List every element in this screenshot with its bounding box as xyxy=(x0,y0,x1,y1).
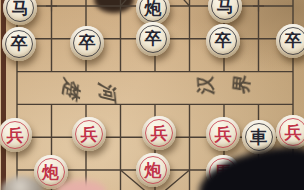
piece-glyph: 兵 xyxy=(151,124,168,141)
piece-glyph: 卒 xyxy=(79,34,96,51)
piece-red-soldier-c7[interactable]: 兵 xyxy=(72,117,106,151)
piece-glyph: 卒 xyxy=(285,32,302,49)
piece-glyph: 卒 xyxy=(11,35,28,52)
piece-red-soldier-g7[interactable]: 兵 xyxy=(206,117,240,151)
piece-black-soldier-i4[interactable]: 卒 xyxy=(276,24,304,58)
piece-black-soldier-a4[interactable]: 卒 xyxy=(2,27,36,61)
piece-glyph: 炮 xyxy=(42,163,59,180)
piece-black-soldier-c4[interactable]: 卒 xyxy=(70,26,104,60)
piece-red-soldier-a7[interactable]: 兵 xyxy=(0,118,32,152)
piece-glyph: 兵 xyxy=(215,125,232,142)
piece-glyph: 炮 xyxy=(145,0,162,16)
piece-black-soldier-g4[interactable]: 卒 xyxy=(206,24,240,58)
piece-red-soldier-e7[interactable]: 兵 xyxy=(142,116,176,150)
piece-glyph: 马 xyxy=(217,0,234,14)
piece-black-soldier-e4[interactable]: 卒 xyxy=(136,22,170,56)
piece-glyph: 炮 xyxy=(145,161,162,178)
piece-glyph: 兵 xyxy=(81,125,98,142)
piece-red-soldier-i7[interactable]: 兵 xyxy=(276,115,304,149)
piece-black-horse-a3[interactable]: 马 xyxy=(3,0,37,25)
piece-glyph: 卒 xyxy=(145,30,162,47)
xiangqi-board-photo[interactable]: 楚 河 汉 界 马炮马卒卒卒卒卒兵兵兵兵車兵炮炮馬 xyxy=(0,0,304,190)
piece-glyph: 兵 xyxy=(7,126,24,143)
piece-glyph: 車 xyxy=(250,128,267,145)
piece-glyph: 马 xyxy=(12,0,29,16)
piece-black-horse-g3[interactable]: 马 xyxy=(208,0,242,23)
piece-glyph: 卒 xyxy=(215,32,232,49)
piece-glyph: 兵 xyxy=(285,123,302,140)
piece-red-cannon-e8[interactable]: 炮 xyxy=(136,153,170,187)
